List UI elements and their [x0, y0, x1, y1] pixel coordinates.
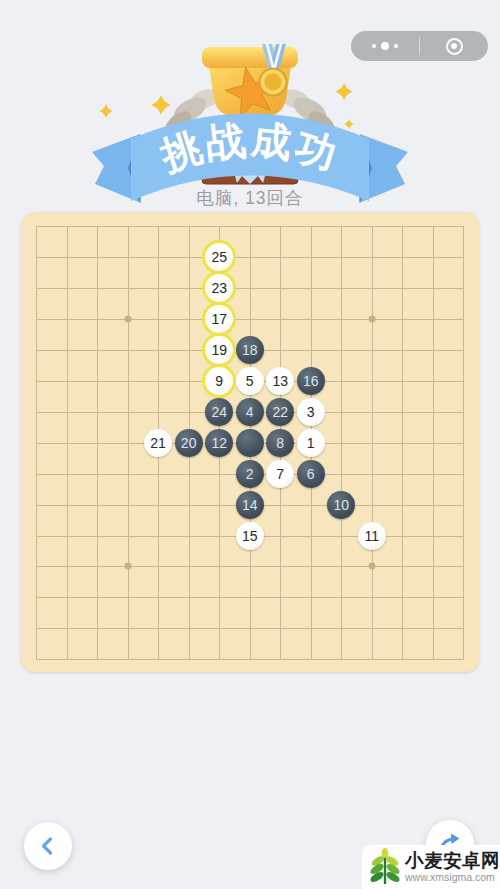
stone-5: 5 [236, 367, 264, 395]
stone-4: 4 [236, 398, 264, 426]
star-point [368, 563, 375, 570]
stone-7: 7 [266, 460, 294, 488]
star-point [124, 315, 131, 322]
stone-12: 12 [205, 429, 233, 457]
stone-20: 20 [175, 429, 203, 457]
stone-3: 3 [297, 398, 325, 426]
stone-23: 23 [205, 274, 233, 302]
wechat-capsule [351, 31, 488, 61]
stone-13: 13 [266, 367, 294, 395]
grid-line-v [463, 226, 464, 660]
left-chevron-icon [38, 836, 58, 856]
capsule-exit-button[interactable] [420, 31, 488, 61]
app-screen: 挑战成功 电脑, 13回合 12345678910111213141516171… [0, 0, 500, 889]
stone-14: 14 [236, 491, 264, 519]
stone-21: 21 [144, 429, 172, 457]
stone-15: 15 [236, 522, 264, 550]
back-button[interactable] [24, 822, 72, 870]
gomoku-board: 1234567891011121314151617181920212223242… [21, 212, 479, 672]
grid-line-h [36, 597, 464, 598]
stone-19: 19 [205, 336, 233, 364]
grid-line-v [402, 226, 403, 660]
stone-9: 9 [205, 367, 233, 395]
stone-1: 1 [297, 429, 325, 457]
stone-10: 10 [327, 491, 355, 519]
stone-25: 25 [205, 243, 233, 271]
grid-line-h [36, 628, 464, 629]
capsule-more-button[interactable] [351, 31, 419, 61]
stone-6: 6 [297, 460, 325, 488]
grid-line-h [36, 566, 464, 567]
stone-8: 8 [266, 429, 294, 457]
watermark-title: 小麦安卓网 [405, 851, 500, 871]
grid-line-v [433, 226, 434, 660]
wheat-logo-icon [368, 848, 402, 886]
stone-2: 2 [236, 460, 264, 488]
stone-18: 18 [236, 336, 264, 364]
stone-17: 17 [205, 305, 233, 333]
grid-line-v [341, 226, 342, 660]
grid-line-h [36, 659, 464, 660]
stone-16: 16 [297, 367, 325, 395]
circle-dot-icon [446, 38, 463, 55]
star-point [368, 315, 375, 322]
stone-22: 22 [266, 398, 294, 426]
stone-24: 24 [205, 398, 233, 426]
more-icon [372, 42, 398, 50]
match-info: 电脑, 13回合 [0, 186, 500, 210]
star-point [124, 563, 131, 570]
stone-11: 11 [358, 522, 386, 550]
grid-line-v [372, 226, 373, 660]
board-grid: 1234567891011121314151617181920212223242… [36, 226, 463, 659]
watermark-url: www.xmsigma.com [405, 871, 500, 884]
watermark: 小麦安卓网 www.xmsigma.com [362, 845, 500, 889]
stone-start [236, 429, 264, 457]
